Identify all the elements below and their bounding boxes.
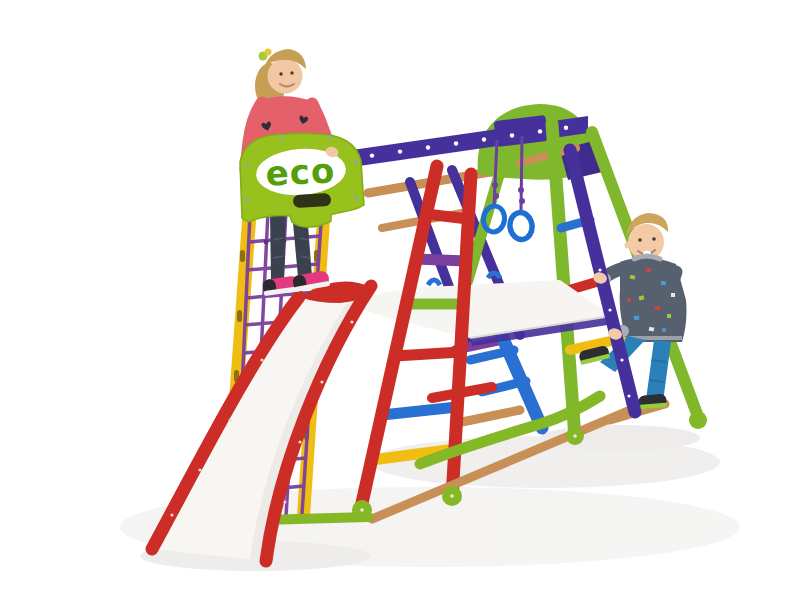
eco-badge-text: eco (265, 150, 337, 194)
product-photo: eco (0, 0, 800, 600)
girl-face (268, 59, 303, 94)
girl-jeans-left (270, 212, 286, 281)
boy-shoe-right (638, 394, 667, 410)
eco-handle-slot (293, 193, 332, 208)
